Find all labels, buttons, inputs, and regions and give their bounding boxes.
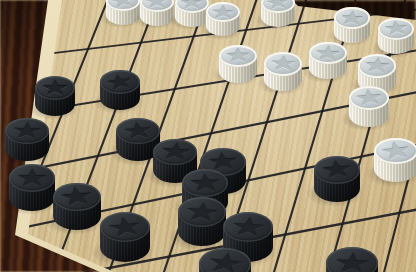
star-emblem-icon: ★ [157, 140, 193, 165]
white-piece[interactable]: ★ [309, 42, 347, 80]
star-emblem-icon: ★ [381, 19, 410, 39]
white-piece[interactable]: ★ [261, 0, 295, 27]
star-emblem-icon: ★ [361, 55, 393, 76]
black-piece[interactable]: ★ [199, 248, 251, 272]
star-emblem-icon: ★ [264, 0, 292, 12]
star-emblem-icon: ★ [202, 249, 247, 272]
black-piece[interactable]: ★ [53, 183, 101, 231]
piece-top-face: ★ [334, 7, 369, 28]
piece-top-face: ★ [178, 197, 227, 226]
piece-top-face: ★ [100, 70, 140, 94]
piece-top-face: ★ [314, 156, 360, 184]
piece-top-face: ★ [100, 212, 150, 242]
piece-top-face: ★ [35, 76, 75, 100]
star-emblem-icon: ★ [377, 138, 416, 164]
black-piece[interactable]: ★ [100, 212, 150, 262]
white-piece[interactable]: ★ [219, 45, 257, 83]
piece-top-face: ★ [219, 45, 257, 68]
star-emblem-icon: ★ [15, 166, 50, 190]
star-emblem-icon: ★ [57, 184, 97, 211]
star-emblem-icon: ★ [103, 70, 138, 93]
star-emblem-icon: ★ [224, 46, 252, 66]
black-piece[interactable]: ★ [326, 247, 378, 272]
pieces-layer: ★★★★★★★★★★★★★★★★★★★★★★★★★★★★ [0, 0, 416, 272]
black-piece[interactable]: ★ [9, 164, 55, 210]
star-emblem-icon: ★ [182, 198, 223, 225]
board-scene: ★★★★★★★★★★★★★★★★★★★★★★★★★★★★ [0, 0, 416, 272]
star-emblem-icon: ★ [40, 78, 70, 98]
piece-top-face: ★ [9, 164, 55, 192]
white-piece[interactable]: ★ [264, 52, 302, 90]
star-emblem-icon: ★ [352, 87, 385, 110]
star-emblem-icon: ★ [313, 43, 343, 63]
star-emblem-icon: ★ [331, 249, 372, 272]
black-piece[interactable]: ★ [314, 156, 360, 202]
star-emblem-icon: ★ [338, 8, 366, 27]
black-piece[interactable]: ★ [178, 197, 227, 246]
piece-top-face: ★ [374, 138, 416, 165]
piece-top-face: ★ [378, 18, 414, 40]
star-emblem-icon: ★ [10, 120, 44, 143]
white-piece[interactable]: ★ [374, 138, 416, 183]
white-piece[interactable]: ★ [206, 2, 241, 37]
piece-top-face: ★ [199, 248, 251, 272]
star-emblem-icon: ★ [318, 157, 355, 182]
black-piece[interactable]: ★ [5, 118, 48, 161]
white-piece[interactable]: ★ [378, 18, 414, 54]
star-emblem-icon: ★ [120, 119, 155, 143]
star-emblem-icon: ★ [228, 213, 269, 241]
piece-top-face: ★ [264, 52, 302, 75]
white-piece[interactable]: ★ [349, 86, 390, 127]
black-piece[interactable]: ★ [35, 76, 75, 116]
star-emblem-icon: ★ [187, 171, 223, 196]
white-piece[interactable]: ★ [334, 7, 369, 42]
star-emblem-icon: ★ [210, 3, 237, 21]
black-piece[interactable]: ★ [100, 70, 140, 110]
piece-top-face: ★ [53, 183, 101, 212]
star-emblem-icon: ★ [144, 0, 170, 11]
star-emblem-icon: ★ [268, 54, 297, 74]
piece-top-face: ★ [326, 247, 378, 272]
piece-top-face: ★ [309, 42, 347, 65]
piece-top-face: ★ [223, 212, 273, 242]
star-emblem-icon: ★ [179, 0, 205, 12]
piece-top-face: ★ [358, 54, 397, 77]
piece-top-face: ★ [5, 118, 48, 144]
star-emblem-icon: ★ [104, 213, 147, 242]
piece-top-face: ★ [182, 169, 229, 197]
